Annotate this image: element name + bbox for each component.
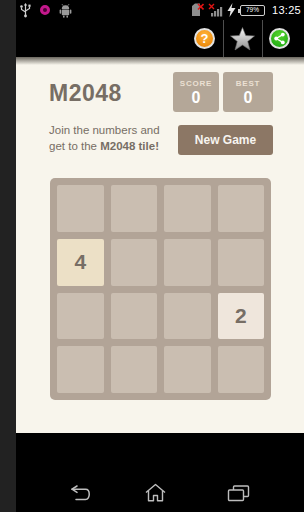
empty-cell <box>111 185 158 232</box>
empty-cell <box>164 346 211 393</box>
empty-cell <box>164 293 211 340</box>
empty-cell <box>164 185 211 232</box>
intro-line2-goal: M2048 tile! <box>100 140 159 152</box>
help-icon: ? <box>194 28 215 49</box>
back-icon <box>70 485 92 502</box>
empty-cell <box>111 346 158 393</box>
page-title: M2048 <box>49 80 122 107</box>
battery-percent: 79% <box>246 7 259 14</box>
phone-screen: 79% 13:25 ? <box>16 0 304 512</box>
back-button[interactable] <box>68 481 94 505</box>
new-game-button[interactable]: New Game <box>178 125 273 155</box>
intro-line1: Join the numbers and <box>49 124 160 136</box>
game-content: M2048 SCORE 0 BEST 0 Join the numbers an… <box>16 57 304 433</box>
tile-2: 2 <box>218 293 265 340</box>
empty-cell <box>57 346 104 393</box>
help-question-glyph: ? <box>201 32 209 45</box>
status-left-icons <box>20 0 72 20</box>
usb-icon <box>20 3 31 18</box>
clock: 13:25 <box>272 4 301 16</box>
share-icon <box>269 28 290 49</box>
home-button[interactable] <box>142 480 168 504</box>
battery-icon: 79% <box>240 5 265 16</box>
best-box: BEST 0 <box>223 72 273 112</box>
navigation-bar <box>16 433 304 512</box>
status-bar: 79% 13:25 <box>16 0 304 20</box>
sim-error-icon <box>191 3 204 17</box>
empty-cell <box>218 346 265 393</box>
star-icon <box>230 27 255 51</box>
empty-cell <box>218 185 265 232</box>
intro-line2-prefix: get to the <box>49 140 100 152</box>
share-button[interactable] <box>261 20 298 57</box>
empty-cell <box>218 239 265 286</box>
best-value: 0 <box>244 89 253 107</box>
spiral-notification-icon <box>40 5 50 15</box>
intro-text: Join the numbers andget to the M2048 til… <box>49 123 160 154</box>
actionbar-shadow <box>16 57 304 65</box>
recents-button[interactable] <box>225 481 251 505</box>
empty-cell <box>111 239 158 286</box>
empty-cell <box>164 239 211 286</box>
score-label: SCORE <box>180 79 212 89</box>
charging-bolt-icon <box>227 3 236 17</box>
best-label: BEST <box>236 79 261 89</box>
status-right-icons: 79% 13:25 <box>191 0 301 20</box>
android-debug-icon <box>59 3 72 18</box>
tile-4: 4 <box>57 239 104 286</box>
no-signal-icon <box>208 3 223 17</box>
score-box: SCORE 0 <box>173 72 219 112</box>
recents-icon <box>227 485 250 502</box>
score-value: 0 <box>192 89 201 107</box>
empty-cell <box>57 293 104 340</box>
home-icon <box>144 483 167 502</box>
action-bar: ? <box>16 20 304 57</box>
empty-cell <box>57 185 104 232</box>
board-4x4[interactable]: 42 <box>50 178 271 400</box>
empty-cell <box>111 293 158 340</box>
help-button[interactable]: ? <box>186 20 223 57</box>
favorite-button[interactable] <box>224 20 261 57</box>
